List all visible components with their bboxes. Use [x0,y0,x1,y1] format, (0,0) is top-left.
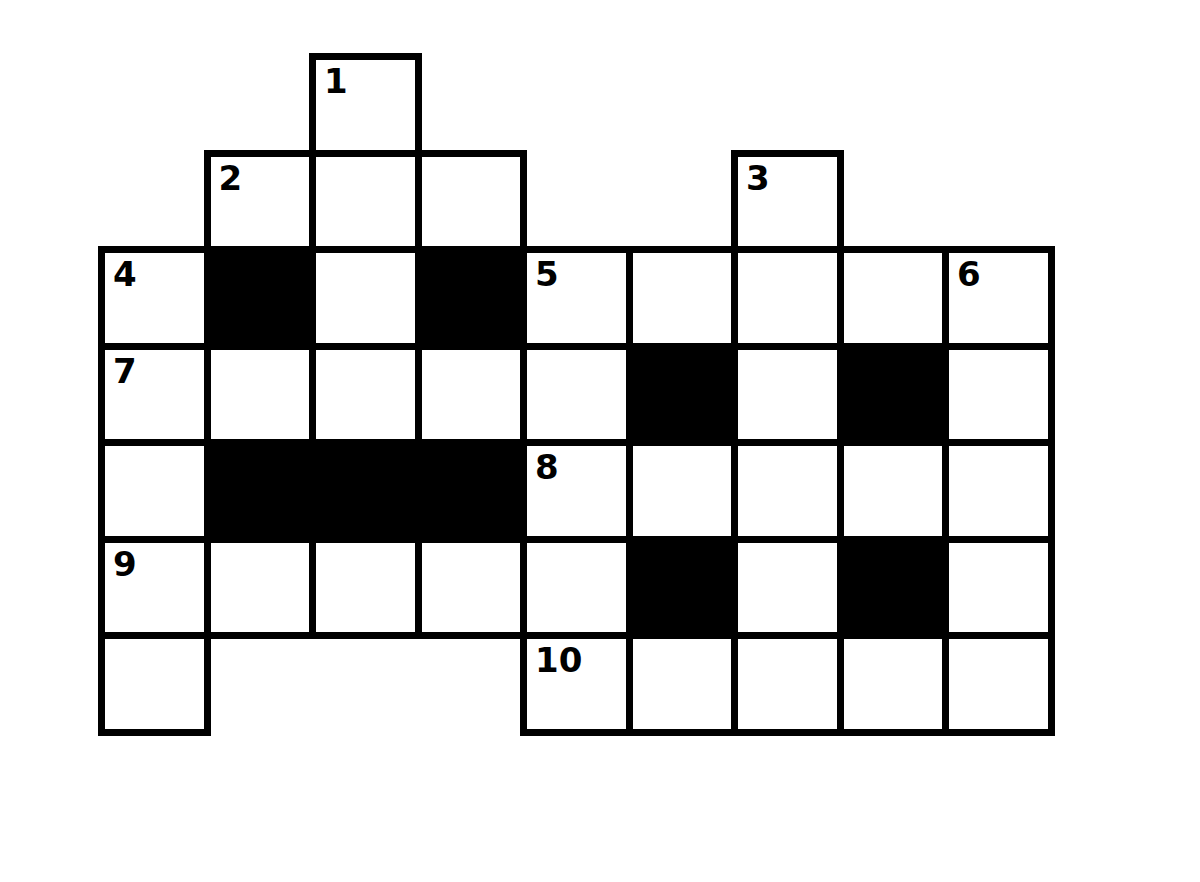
clue-number: 7 [113,353,137,390]
white-cell[interactable] [309,343,422,447]
white-cell[interactable]: 2 [204,150,317,254]
white-cell[interactable] [731,439,844,543]
white-cell[interactable] [309,150,422,254]
white-cell[interactable]: 3 [731,150,844,254]
black-cell [837,536,950,640]
clue-number: 8 [535,449,559,486]
white-cell[interactable] [731,632,844,736]
black-cell [415,246,528,350]
white-cell[interactable] [837,439,950,543]
clue-number: 4 [113,256,137,293]
clue-number: 9 [113,546,137,583]
white-cell[interactable] [520,343,633,447]
white-cell[interactable]: 8 [520,439,633,543]
black-cell [626,536,739,640]
white-cell[interactable] [415,343,528,447]
white-cell[interactable] [731,343,844,447]
black-cell [204,246,317,350]
white-cell[interactable] [837,632,950,736]
black-cell [415,439,528,543]
white-cell[interactable] [204,536,317,640]
clue-number: 5 [535,256,559,293]
white-cell[interactable] [626,246,739,350]
clue-number: 10 [535,642,582,679]
black-cell [309,439,422,543]
white-cell[interactable] [942,439,1055,543]
white-cell[interactable] [837,246,950,350]
clue-number: 6 [957,256,981,293]
white-cell[interactable]: 9 [98,536,211,640]
black-cell [626,343,739,447]
white-cell[interactable]: 7 [98,343,211,447]
white-cell[interactable] [942,632,1055,736]
white-cell[interactable]: 5 [520,246,633,350]
black-cell [837,343,950,447]
white-cell[interactable] [309,536,422,640]
white-cell[interactable] [98,439,211,543]
white-cell[interactable] [98,632,211,736]
crossword-page: 12345678910 [0,0,1200,882]
clue-number: 3 [746,160,770,197]
white-cell[interactable] [942,536,1055,640]
white-cell[interactable] [415,150,528,254]
white-cell[interactable] [731,536,844,640]
white-cell[interactable] [626,439,739,543]
white-cell[interactable] [520,536,633,640]
white-cell[interactable]: 4 [98,246,211,350]
white-cell[interactable] [731,246,844,350]
clue-number: 2 [219,160,243,197]
black-cell [204,439,317,543]
white-cell[interactable] [204,343,317,447]
white-cell[interactable]: 1 [309,53,422,157]
white-cell[interactable]: 10 [520,632,633,736]
white-cell[interactable]: 6 [942,246,1055,350]
crossword-grid: 12345678910 [98,53,1055,736]
white-cell[interactable] [626,632,739,736]
clue-number: 1 [324,63,348,100]
white-cell[interactable] [309,246,422,350]
white-cell[interactable] [942,343,1055,447]
white-cell[interactable] [415,536,528,640]
